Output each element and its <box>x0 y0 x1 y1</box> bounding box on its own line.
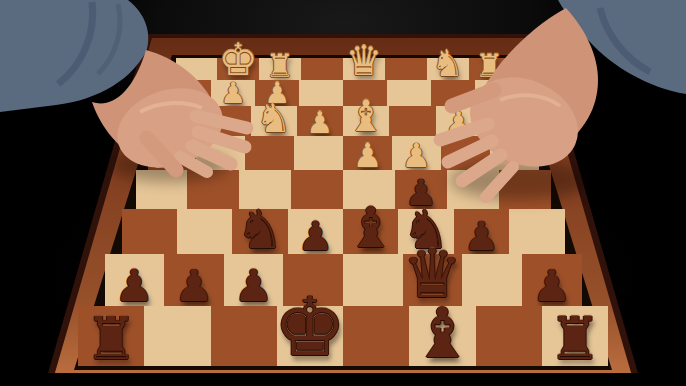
square-a3[interactable] <box>482 106 528 136</box>
piece-white-queen-d1[interactable]: ♛ <box>346 41 383 82</box>
square-a7[interactable]: ♟ <box>522 254 582 306</box>
piece-white-pawn-e3[interactable]: ♟ <box>306 108 333 138</box>
square-f6[interactable]: ♞ <box>232 209 287 254</box>
square-b2[interactable] <box>431 80 475 106</box>
square-b8[interactable] <box>476 306 542 366</box>
square-g7[interactable]: ♟ <box>164 254 224 306</box>
chessboard[interactable]: ♚♜♛♞♜♟♟♟♟♞♟♝♟♟♟♟♞♟♝♞♟♟♟♟♛♟♜♚♝♜ <box>78 58 608 366</box>
rank-6-row: ♞♟♝♞♟ <box>122 209 565 254</box>
piece-white-pawn-b3[interactable]: ♟ <box>445 108 472 138</box>
square-f8[interactable] <box>211 306 277 366</box>
left-hand-shadow <box>110 148 230 182</box>
square-e5[interactable] <box>291 170 343 209</box>
piece-white-pawn-c4[interactable]: ♟ <box>402 139 432 172</box>
square-c1[interactable] <box>385 58 427 80</box>
piece-black-bishop-c8[interactable]: ♝ <box>411 299 473 368</box>
piece-black-pawn-h7[interactable]: ♟ <box>115 264 154 308</box>
piece-black-pawn-f7[interactable]: ♟ <box>234 264 273 308</box>
piece-white-bishop-d3[interactable]: ♝ <box>347 95 386 138</box>
rank-3-row: ♞♟♝♟ <box>158 106 528 136</box>
square-h8[interactable]: ♜ <box>78 306 144 366</box>
square-h2[interactable]: ♟ <box>168 80 212 106</box>
square-b1[interactable]: ♞ <box>427 58 469 80</box>
square-f4[interactable] <box>245 136 294 170</box>
piece-white-knight-b1[interactable]: ♞ <box>432 46 464 82</box>
piece-black-king-e8[interactable]: ♚ <box>274 287 347 368</box>
piece-black-bishop-d6[interactable]: ♝ <box>346 200 396 256</box>
square-e3[interactable]: ♟ <box>297 106 343 136</box>
square-g2[interactable]: ♟ <box>211 80 255 106</box>
square-f3[interactable]: ♞ <box>251 106 297 136</box>
square-d8[interactable] <box>343 306 409 366</box>
piece-black-rook-a8[interactable]: ♜ <box>548 309 601 368</box>
square-d4[interactable]: ♟ <box>343 136 392 170</box>
square-e4[interactable] <box>294 136 343 170</box>
piece-black-pawn-b6[interactable]: ♟ <box>464 216 500 256</box>
piece-white-pawn-d4[interactable]: ♟ <box>353 139 383 172</box>
piece-white-knight-f3[interactable]: ♞ <box>256 98 292 138</box>
square-a2[interactable]: ♟ <box>475 80 519 106</box>
square-d1[interactable]: ♛ <box>343 58 385 80</box>
piece-black-pawn-g7[interactable]: ♟ <box>174 264 213 308</box>
square-h3[interactable] <box>158 106 204 136</box>
square-a6[interactable] <box>509 209 564 254</box>
square-a8[interactable]: ♜ <box>542 306 608 366</box>
piece-white-pawn-a2[interactable]: ♟ <box>484 79 510 108</box>
square-e2[interactable] <box>299 80 343 106</box>
piece-black-rook-h8[interactable]: ♜ <box>85 309 138 368</box>
square-e1[interactable] <box>301 58 343 80</box>
square-g3[interactable] <box>204 106 250 136</box>
square-d7[interactable] <box>343 254 403 306</box>
square-c8[interactable]: ♝ <box>409 306 475 366</box>
square-d6[interactable]: ♝ <box>343 209 398 254</box>
piece-black-knight-f6[interactable]: ♞ <box>236 203 284 256</box>
square-e6[interactable]: ♟ <box>288 209 343 254</box>
rank-2-row: ♟♟♟♟ <box>168 80 519 106</box>
piece-black-pawn-e6[interactable]: ♟ <box>297 216 333 256</box>
square-g6[interactable] <box>177 209 232 254</box>
piece-white-pawn-g2[interactable]: ♟ <box>220 79 246 108</box>
piece-black-pawn-a7[interactable]: ♟ <box>532 264 571 308</box>
piece-white-pawn-h2[interactable]: ♟ <box>176 79 202 108</box>
square-h6[interactable] <box>122 209 177 254</box>
square-e8[interactable]: ♚ <box>277 306 343 366</box>
letterbox-bar <box>0 373 686 386</box>
video-frame: ♚♜♛♞♜♟♟♟♟♞♟♝♟♟♟♟♞♟♝♞♟♟♟♟♛♟♜♚♝♜ <box>0 0 686 386</box>
square-h7[interactable]: ♟ <box>105 254 165 306</box>
square-g8[interactable] <box>144 306 210 366</box>
square-c2[interactable] <box>387 80 431 106</box>
rank-8-row: ♜♚♝♜ <box>78 306 608 366</box>
square-c3[interactable] <box>389 106 435 136</box>
square-b3[interactable]: ♟ <box>436 106 482 136</box>
square-c4[interactable]: ♟ <box>392 136 441 170</box>
right-hand-shadow <box>450 160 590 200</box>
square-d3[interactable]: ♝ <box>343 106 389 136</box>
